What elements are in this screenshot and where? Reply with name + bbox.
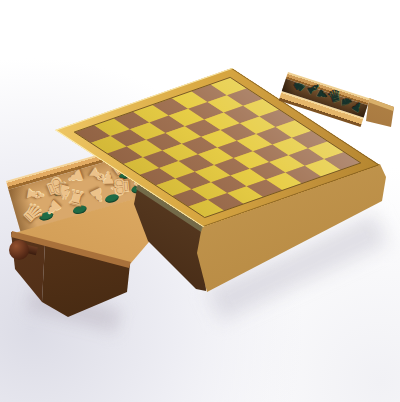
- left-drawer-knob[interactable]: [9, 240, 29, 260]
- drawer-piece[interactable]: ♟: [101, 171, 116, 187]
- chess-box-photo: ♝♚♟♝♞♟♛♟♜♟♚♟♞♟ ♞♝♟♛♞♟: [0, 0, 400, 402]
